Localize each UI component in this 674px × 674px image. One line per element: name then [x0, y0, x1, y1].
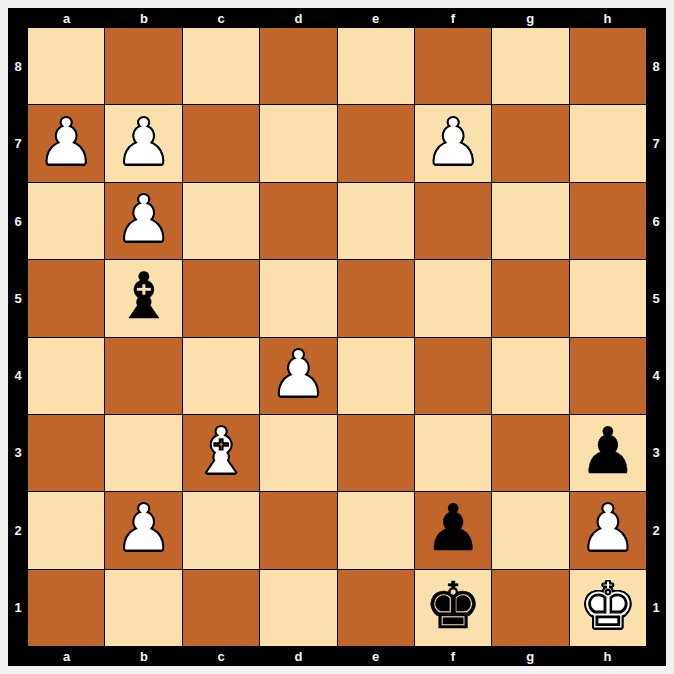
- square-d1[interactable]: [260, 570, 336, 646]
- rank-label-7: 7: [8, 105, 28, 182]
- square-f4[interactable]: [415, 338, 491, 414]
- file-label-b: b: [105, 646, 182, 666]
- square-e6[interactable]: [338, 183, 414, 259]
- square-b4[interactable]: [105, 338, 181, 414]
- square-d8[interactable]: [260, 28, 336, 104]
- square-g8[interactable]: [492, 28, 568, 104]
- piece-white-pawn-a7[interactable]: ♟: [38, 110, 95, 174]
- square-a4[interactable]: [28, 338, 104, 414]
- square-g3[interactable]: [492, 415, 568, 491]
- square-c3[interactable]: ♝: [183, 415, 259, 491]
- square-c6[interactable]: [183, 183, 259, 259]
- piece-white-pawn-f7[interactable]: ♟: [424, 110, 481, 174]
- file-label-d: d: [260, 8, 337, 28]
- file-labels-top: abcdefgh: [28, 8, 646, 28]
- piece-black-king-f1[interactable]: ♚: [424, 574, 481, 638]
- piece-white-pawn-b6[interactable]: ♟: [115, 187, 172, 251]
- rank-labels-right: 87654321: [646, 28, 666, 646]
- rank-label-4: 4: [8, 337, 28, 414]
- square-e5[interactable]: [338, 260, 414, 336]
- piece-white-pawn-b2[interactable]: ♟: [115, 496, 172, 560]
- square-e2[interactable]: [338, 492, 414, 568]
- rank-label-8: 8: [646, 28, 666, 105]
- square-g2[interactable]: [492, 492, 568, 568]
- square-b3[interactable]: [105, 415, 181, 491]
- square-c7[interactable]: [183, 105, 259, 181]
- square-h5[interactable]: [570, 260, 646, 336]
- rank-label-6: 6: [8, 183, 28, 260]
- square-c8[interactable]: [183, 28, 259, 104]
- square-h8[interactable]: [570, 28, 646, 104]
- rank-label-5: 5: [8, 260, 28, 337]
- square-a3[interactable]: [28, 415, 104, 491]
- rank-label-2: 2: [8, 492, 28, 569]
- square-b2[interactable]: ♟: [105, 492, 181, 568]
- file-label-f: f: [414, 8, 491, 28]
- piece-black-bishop-b5[interactable]: ♝: [115, 264, 172, 328]
- page: abcdefgh abcdefgh 87654321 87654321 ♟♟♟♟…: [0, 0, 674, 674]
- rank-label-2: 2: [646, 492, 666, 569]
- file-label-d: d: [260, 646, 337, 666]
- file-label-g: g: [492, 646, 569, 666]
- file-label-g: g: [492, 8, 569, 28]
- square-a7[interactable]: ♟: [28, 105, 104, 181]
- square-f1[interactable]: ♚: [415, 570, 491, 646]
- rank-label-6: 6: [646, 183, 666, 260]
- square-b8[interactable]: [105, 28, 181, 104]
- piece-black-pawn-f2[interactable]: ♟: [424, 496, 481, 560]
- square-h2[interactable]: ♟: [570, 492, 646, 568]
- rank-label-1: 1: [646, 569, 666, 646]
- square-c1[interactable]: [183, 570, 259, 646]
- square-d6[interactable]: [260, 183, 336, 259]
- piece-white-bishop-c3[interactable]: ♝: [192, 419, 249, 483]
- square-d4[interactable]: ♟: [260, 338, 336, 414]
- piece-white-pawn-h2[interactable]: ♟: [579, 496, 636, 560]
- rank-label-1: 1: [8, 569, 28, 646]
- square-g7[interactable]: [492, 105, 568, 181]
- square-a6[interactable]: [28, 183, 104, 259]
- square-h3[interactable]: ♟: [570, 415, 646, 491]
- file-label-b: b: [105, 8, 182, 28]
- square-d3[interactable]: [260, 415, 336, 491]
- square-f6[interactable]: [415, 183, 491, 259]
- rank-label-8: 8: [8, 28, 28, 105]
- file-label-a: a: [28, 8, 105, 28]
- file-label-e: e: [337, 646, 414, 666]
- square-b7[interactable]: ♟: [105, 105, 181, 181]
- square-e3[interactable]: [338, 415, 414, 491]
- file-label-a: a: [28, 646, 105, 666]
- rank-label-4: 4: [646, 337, 666, 414]
- square-g1[interactable]: [492, 570, 568, 646]
- square-f8[interactable]: [415, 28, 491, 104]
- square-a8[interactable]: [28, 28, 104, 104]
- square-g4[interactable]: [492, 338, 568, 414]
- square-f2[interactable]: ♟: [415, 492, 491, 568]
- file-label-h: h: [569, 8, 646, 28]
- square-h6[interactable]: [570, 183, 646, 259]
- square-h7[interactable]: [570, 105, 646, 181]
- square-f3[interactable]: [415, 415, 491, 491]
- square-g5[interactable]: [492, 260, 568, 336]
- square-f7[interactable]: ♟: [415, 105, 491, 181]
- piece-white-king-h1[interactable]: ♚: [579, 574, 636, 638]
- square-b5[interactable]: ♝: [105, 260, 181, 336]
- square-c2[interactable]: [183, 492, 259, 568]
- board-grid: ♟♟♟♟♝♟♝♟♟♟♟♚♚: [28, 28, 646, 646]
- file-label-h: h: [569, 646, 646, 666]
- rank-label-3: 3: [8, 414, 28, 491]
- square-c5[interactable]: [183, 260, 259, 336]
- piece-white-pawn-d4[interactable]: ♟: [270, 342, 327, 406]
- square-a5[interactable]: [28, 260, 104, 336]
- square-c4[interactable]: [183, 338, 259, 414]
- rank-labels-left: 87654321: [8, 28, 28, 646]
- square-h1[interactable]: ♚: [570, 570, 646, 646]
- square-f5[interactable]: [415, 260, 491, 336]
- file-label-c: c: [183, 8, 260, 28]
- square-a1[interactable]: [28, 570, 104, 646]
- rank-label-5: 5: [646, 260, 666, 337]
- square-e4[interactable]: [338, 338, 414, 414]
- file-label-e: e: [337, 8, 414, 28]
- square-e1[interactable]: [338, 570, 414, 646]
- square-e7[interactable]: [338, 105, 414, 181]
- square-d2[interactable]: [260, 492, 336, 568]
- piece-white-pawn-b7[interactable]: ♟: [115, 110, 172, 174]
- square-b1[interactable]: [105, 570, 181, 646]
- square-a2[interactable]: [28, 492, 104, 568]
- rank-label-7: 7: [646, 105, 666, 182]
- file-label-f: f: [414, 646, 491, 666]
- square-e8[interactable]: [338, 28, 414, 104]
- square-d5[interactable]: [260, 260, 336, 336]
- file-label-c: c: [183, 646, 260, 666]
- file-labels-bottom: abcdefgh: [28, 646, 646, 666]
- square-h4[interactable]: [570, 338, 646, 414]
- square-g6[interactable]: [492, 183, 568, 259]
- rank-label-3: 3: [646, 414, 666, 491]
- square-d7[interactable]: [260, 105, 336, 181]
- piece-black-pawn-h3[interactable]: ♟: [579, 419, 636, 483]
- square-b6[interactable]: ♟: [105, 183, 181, 259]
